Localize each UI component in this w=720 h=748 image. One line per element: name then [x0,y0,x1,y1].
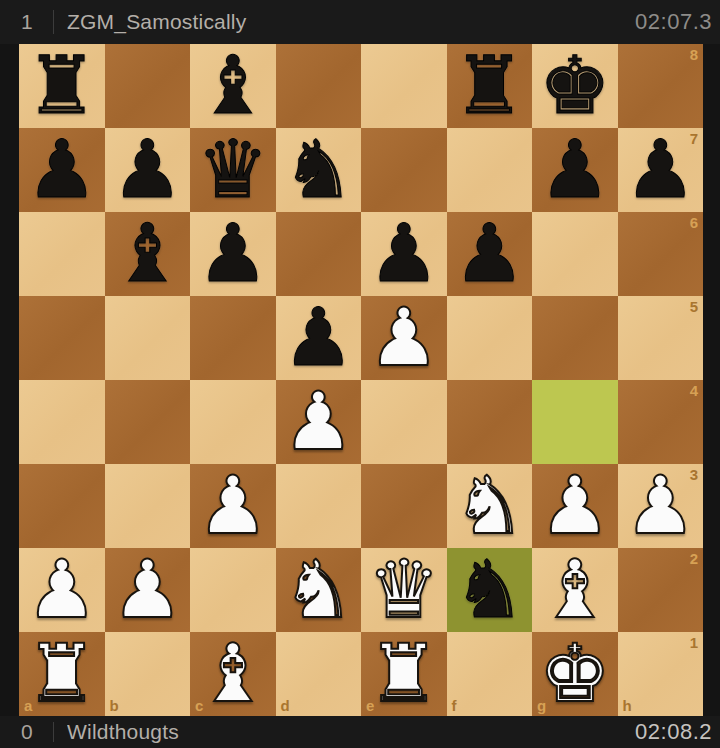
square-d5[interactable]: ♟ [276,296,362,380]
square-e5[interactable]: ♟ [361,296,447,380]
rank-label-3: 3 [690,467,698,482]
bottom-bar-divider [53,722,54,742]
square-f2[interactable]: ♞ [447,548,533,632]
piece-white-d4[interactable]: ♟ [276,380,362,464]
chess-app-window: 1 ZGM_Samostically 02:07.3 ♜♝♜♚8♟♟♛♞♟♟7♝… [0,0,720,748]
rank-label-5: 5 [690,299,698,314]
square-f5[interactable] [447,296,533,380]
square-h7[interactable]: ♟7 [618,128,704,212]
square-a7[interactable]: ♟ [19,128,105,212]
square-b1[interactable]: b [105,632,191,716]
piece-white-g2[interactable]: ♝ [532,548,618,632]
square-f4[interactable] [447,380,533,464]
piece-white-f3[interactable]: ♞ [447,464,533,548]
square-h2[interactable]: 2 [618,548,704,632]
piece-white-g3[interactable]: ♟ [532,464,618,548]
top-bar-divider [53,10,54,34]
square-c2[interactable] [190,548,276,632]
square-e7[interactable] [361,128,447,212]
piece-black-d7[interactable]: ♞ [276,128,362,212]
file-label-d: d [281,698,290,713]
square-e3[interactable] [361,464,447,548]
piece-black-b6[interactable]: ♝ [105,212,191,296]
square-c8[interactable]: ♝ [190,44,276,128]
top-player-name: ZGM_Samostically [67,10,635,34]
square-d3[interactable] [276,464,362,548]
square-g4[interactable] [532,380,618,464]
piece-black-g7[interactable]: ♟ [532,128,618,212]
square-h3[interactable]: ♟3 [618,464,704,548]
piece-black-g8[interactable]: ♚ [532,44,618,128]
square-h4[interactable]: 4 [618,380,704,464]
square-c1[interactable]: ♝c [190,632,276,716]
piece-black-c6[interactable]: ♟ [190,212,276,296]
piece-black-a7[interactable]: ♟ [19,128,105,212]
square-f7[interactable] [447,128,533,212]
square-a2[interactable]: ♟ [19,548,105,632]
square-c3[interactable]: ♟ [190,464,276,548]
square-b2[interactable]: ♟ [105,548,191,632]
square-b6[interactable]: ♝ [105,212,191,296]
square-f8[interactable]: ♜ [447,44,533,128]
square-b5[interactable] [105,296,191,380]
square-g8[interactable]: ♚ [532,44,618,128]
square-f3[interactable]: ♞ [447,464,533,548]
file-label-c: c [195,698,203,713]
square-e4[interactable] [361,380,447,464]
rank-label-7: 7 [690,131,698,146]
square-a5[interactable] [19,296,105,380]
file-label-b: b [110,698,119,713]
piece-black-f8[interactable]: ♜ [447,44,533,128]
piece-black-d5[interactable]: ♟ [276,296,362,380]
file-label-e: e [366,698,374,713]
bottom-player-clock: 02:08.2 [635,719,712,745]
square-e8[interactable] [361,44,447,128]
piece-black-b7[interactable]: ♟ [105,128,191,212]
piece-black-e6[interactable]: ♟ [361,212,447,296]
square-d1[interactable]: d [276,632,362,716]
piece-black-c7[interactable]: ♛ [190,128,276,212]
square-g5[interactable] [532,296,618,380]
square-g3[interactable]: ♟ [532,464,618,548]
square-h1[interactable]: 1h [618,632,704,716]
square-a4[interactable] [19,380,105,464]
square-b8[interactable] [105,44,191,128]
square-h5[interactable]: 5 [618,296,704,380]
square-d8[interactable] [276,44,362,128]
piece-black-f2[interactable]: ♞ [447,548,533,632]
piece-white-b2[interactable]: ♟ [105,548,191,632]
square-h6[interactable]: 6 [618,212,704,296]
square-e6[interactable]: ♟ [361,212,447,296]
square-e2[interactable]: ♛ [361,548,447,632]
square-c6[interactable]: ♟ [190,212,276,296]
square-f1[interactable]: f [447,632,533,716]
rank-label-1: 1 [690,635,698,650]
square-f6[interactable]: ♟ [447,212,533,296]
board[interactable]: ♜♝♜♚8♟♟♛♞♟♟7♝♟♟♟6♟♟5♟4♟♞♟♟3♟♟♞♛♞♝2♜ab♝cd… [19,44,703,716]
bottom-player-bar: 0 Wildthougts 02:08.2 [0,716,720,748]
bottom-player-score: 0 [21,720,47,744]
square-c5[interactable] [190,296,276,380]
piece-white-e2[interactable]: ♛ [361,548,447,632]
piece-black-a8[interactable]: ♜ [19,44,105,128]
piece-white-e5[interactable]: ♟ [361,296,447,380]
square-g1[interactable]: ♚g [532,632,618,716]
top-player-clock: 02:07.3 [635,9,712,35]
piece-white-c3[interactable]: ♟ [190,464,276,548]
square-c4[interactable] [190,380,276,464]
piece-black-f6[interactable]: ♟ [447,212,533,296]
file-label-g: g [537,698,546,713]
square-b4[interactable] [105,380,191,464]
piece-black-c8[interactable]: ♝ [190,44,276,128]
top-player-score: 1 [21,10,47,34]
square-b3[interactable] [105,464,191,548]
file-label-a: a [24,698,32,713]
square-d6[interactable] [276,212,362,296]
top-player-bar: 1 ZGM_Samostically 02:07.3 [0,0,720,44]
square-h8[interactable]: 8 [618,44,704,128]
file-label-f: f [452,698,457,713]
square-b7[interactable]: ♟ [105,128,191,212]
square-c7[interactable]: ♛ [190,128,276,212]
bottom-player-name: Wildthougts [67,720,635,744]
rank-label-2: 2 [690,551,698,566]
square-d7[interactable]: ♞ [276,128,362,212]
rank-label-4: 4 [690,383,698,398]
piece-white-a2[interactable]: ♟ [19,548,105,632]
square-d4[interactable]: ♟ [276,380,362,464]
square-g2[interactable]: ♝ [532,548,618,632]
square-g7[interactable]: ♟ [532,128,618,212]
square-g6[interactable] [532,212,618,296]
square-a3[interactable] [19,464,105,548]
rank-label-6: 6 [690,215,698,230]
piece-white-d2[interactable]: ♞ [276,548,362,632]
square-a6[interactable] [19,212,105,296]
file-label-h: h [623,698,632,713]
square-e1[interactable]: ♜e [361,632,447,716]
square-a1[interactable]: ♜a [19,632,105,716]
rank-label-8: 8 [690,47,698,62]
square-d2[interactable]: ♞ [276,548,362,632]
square-a8[interactable]: ♜ [19,44,105,128]
